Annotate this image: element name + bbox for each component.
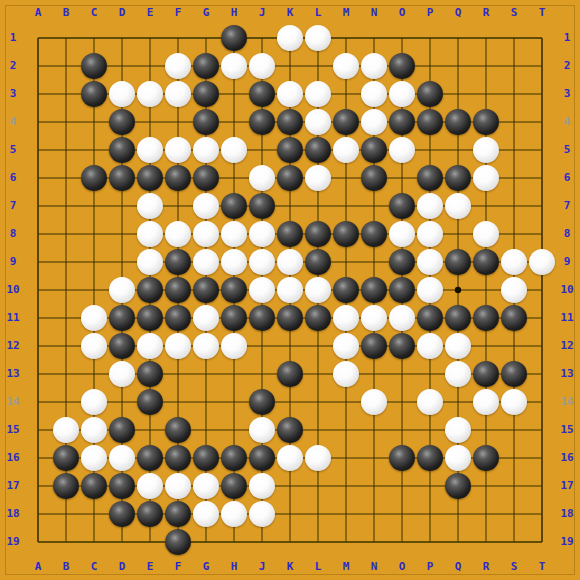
stone-black-S11 xyxy=(501,305,527,331)
stone-white-E8 xyxy=(137,221,163,247)
stone-black-R11 xyxy=(473,305,499,331)
stone-black-L5 xyxy=(305,137,331,163)
stone-white-K1 xyxy=(277,25,303,51)
col-label-E: E xyxy=(140,6,160,20)
stone-white-P8 xyxy=(417,221,443,247)
row-label-18: 18 xyxy=(3,507,23,521)
stone-black-M8 xyxy=(333,221,359,247)
col-label-A: A xyxy=(28,560,48,574)
stone-black-C3 xyxy=(81,81,107,107)
stone-white-C12 xyxy=(81,333,107,359)
stone-black-G10 xyxy=(193,277,219,303)
row-label-4: 4 xyxy=(3,115,23,129)
stone-white-M5 xyxy=(333,137,359,163)
row-label-19: 19 xyxy=(557,535,577,549)
row-label-1: 1 xyxy=(557,31,577,45)
stone-black-G2 xyxy=(193,53,219,79)
row-label-6: 6 xyxy=(557,171,577,185)
stone-white-S9 xyxy=(501,249,527,275)
stone-white-G12 xyxy=(193,333,219,359)
row-label-17: 17 xyxy=(557,479,577,493)
stone-black-J4 xyxy=(249,109,275,135)
stone-white-N4 xyxy=(361,109,387,135)
stone-black-N8 xyxy=(361,221,387,247)
stone-white-G18 xyxy=(193,501,219,527)
stone-white-O5 xyxy=(389,137,415,163)
stone-black-F15 xyxy=(165,417,191,443)
stone-black-P11 xyxy=(417,305,443,331)
row-label-3: 3 xyxy=(3,87,23,101)
col-label-K: K xyxy=(280,560,300,574)
stone-white-C16 xyxy=(81,445,107,471)
stone-black-Q9 xyxy=(445,249,471,275)
stone-black-K13 xyxy=(277,361,303,387)
stone-black-H16 xyxy=(221,445,247,471)
col-label-Q: Q xyxy=(448,6,468,20)
row-label-8: 8 xyxy=(3,227,23,241)
stone-white-L10 xyxy=(305,277,331,303)
row-label-1: 1 xyxy=(3,31,23,45)
stone-white-D16 xyxy=(109,445,135,471)
col-label-B: B xyxy=(56,560,76,574)
row-label-10: 10 xyxy=(557,283,577,297)
stone-black-Q4 xyxy=(445,109,471,135)
stone-white-O8 xyxy=(389,221,415,247)
stone-white-K9 xyxy=(277,249,303,275)
stone-black-G16 xyxy=(193,445,219,471)
col-label-H: H xyxy=(224,6,244,20)
col-label-T: T xyxy=(532,560,552,574)
stone-white-R6 xyxy=(473,165,499,191)
stone-black-L11 xyxy=(305,305,331,331)
stone-black-P6 xyxy=(417,165,443,191)
stone-white-O3 xyxy=(389,81,415,107)
stone-white-J18 xyxy=(249,501,275,527)
stone-white-B15 xyxy=(53,417,79,443)
stone-black-R13 xyxy=(473,361,499,387)
stone-black-N6 xyxy=(361,165,387,191)
stone-white-G11 xyxy=(193,305,219,331)
row-label-2: 2 xyxy=(557,59,577,73)
stone-black-P3 xyxy=(417,81,443,107)
col-label-L: L xyxy=(308,6,328,20)
row-label-11: 11 xyxy=(557,311,577,325)
stone-white-D3 xyxy=(109,81,135,107)
stone-white-M13 xyxy=(333,361,359,387)
stone-white-L6 xyxy=(305,165,331,191)
stone-white-P14 xyxy=(417,389,443,415)
stone-white-H2 xyxy=(221,53,247,79)
col-label-L: L xyxy=(308,560,328,574)
stone-white-J6 xyxy=(249,165,275,191)
stone-black-N10 xyxy=(361,277,387,303)
stone-black-D15 xyxy=(109,417,135,443)
stone-black-O9 xyxy=(389,249,415,275)
stone-black-F16 xyxy=(165,445,191,471)
stone-black-D5 xyxy=(109,137,135,163)
stone-black-J14 xyxy=(249,389,275,415)
stone-black-E18 xyxy=(137,501,163,527)
stone-black-K5 xyxy=(277,137,303,163)
stone-white-K10 xyxy=(277,277,303,303)
row-label-10: 10 xyxy=(3,283,23,297)
stone-white-N3 xyxy=(361,81,387,107)
stone-black-L9 xyxy=(305,249,331,275)
stone-white-R8 xyxy=(473,221,499,247)
row-label-12: 12 xyxy=(3,339,23,353)
row-label-5: 5 xyxy=(3,143,23,157)
stone-black-D6 xyxy=(109,165,135,191)
col-label-R: R xyxy=(476,560,496,574)
stone-black-L8 xyxy=(305,221,331,247)
stone-white-E5 xyxy=(137,137,163,163)
col-label-Q: Q xyxy=(448,560,468,574)
col-label-J: J xyxy=(252,560,272,574)
col-label-G: G xyxy=(196,6,216,20)
stone-white-F2 xyxy=(165,53,191,79)
stone-black-K6 xyxy=(277,165,303,191)
stone-black-E11 xyxy=(137,305,163,331)
stone-white-P10 xyxy=(417,277,443,303)
stone-white-R14 xyxy=(473,389,499,415)
stone-white-N11 xyxy=(361,305,387,331)
stone-black-K8 xyxy=(277,221,303,247)
stone-black-B16 xyxy=(53,445,79,471)
stone-black-J3 xyxy=(249,81,275,107)
row-label-16: 16 xyxy=(3,451,23,465)
stone-white-G8 xyxy=(193,221,219,247)
stone-white-F5 xyxy=(165,137,191,163)
row-label-14: 14 xyxy=(557,395,577,409)
go-board-app: ABCDEFGHJKLMNOPQRST ABCDEFGHJKLMNOPQRST … xyxy=(0,0,580,580)
stone-black-E6 xyxy=(137,165,163,191)
stone-white-D13 xyxy=(109,361,135,387)
stone-black-F10 xyxy=(165,277,191,303)
stone-black-D18 xyxy=(109,501,135,527)
stone-black-K4 xyxy=(277,109,303,135)
stone-white-O11 xyxy=(389,305,415,331)
stone-white-H8 xyxy=(221,221,247,247)
row-label-16: 16 xyxy=(557,451,577,465)
stone-black-D4 xyxy=(109,109,135,135)
row-label-6: 6 xyxy=(3,171,23,185)
row-label-13: 13 xyxy=(3,367,23,381)
stone-white-K16 xyxy=(277,445,303,471)
stone-white-C15 xyxy=(81,417,107,443)
stone-black-M4 xyxy=(333,109,359,135)
stone-black-P16 xyxy=(417,445,443,471)
row-label-4: 4 xyxy=(557,115,577,129)
stone-white-P9 xyxy=(417,249,443,275)
stone-white-Q12 xyxy=(445,333,471,359)
stone-black-D17 xyxy=(109,473,135,499)
col-label-M: M xyxy=(336,6,356,20)
col-label-C: C xyxy=(84,560,104,574)
col-label-K: K xyxy=(280,6,300,20)
col-label-T: T xyxy=(532,6,552,20)
stone-black-S13 xyxy=(501,361,527,387)
stone-white-P7 xyxy=(417,193,443,219)
stone-black-R9 xyxy=(473,249,499,275)
stone-white-E12 xyxy=(137,333,163,359)
stone-white-Q15 xyxy=(445,417,471,443)
stone-white-J15 xyxy=(249,417,275,443)
col-label-E: E xyxy=(140,560,160,574)
stone-white-H9 xyxy=(221,249,247,275)
row-label-18: 18 xyxy=(557,507,577,521)
stone-black-E13 xyxy=(137,361,163,387)
stone-white-L3 xyxy=(305,81,331,107)
row-label-3: 3 xyxy=(557,87,577,101)
stone-black-B17 xyxy=(53,473,79,499)
stone-white-G7 xyxy=(193,193,219,219)
board-grid[interactable] xyxy=(24,24,556,556)
stone-white-M2 xyxy=(333,53,359,79)
stone-white-R5 xyxy=(473,137,499,163)
stone-white-S14 xyxy=(501,389,527,415)
stone-black-F6 xyxy=(165,165,191,191)
stone-white-E7 xyxy=(137,193,163,219)
col-label-S: S xyxy=(504,560,524,574)
stone-white-P12 xyxy=(417,333,443,359)
stone-black-O12 xyxy=(389,333,415,359)
row-label-14: 14 xyxy=(3,395,23,409)
stone-white-J17 xyxy=(249,473,275,499)
stone-white-G9 xyxy=(193,249,219,275)
stone-black-G3 xyxy=(193,81,219,107)
stone-black-F11 xyxy=(165,305,191,331)
stone-white-T9 xyxy=(529,249,555,275)
stone-black-O2 xyxy=(389,53,415,79)
stone-black-J7 xyxy=(249,193,275,219)
row-label-12: 12 xyxy=(557,339,577,353)
col-label-M: M xyxy=(336,560,356,574)
stone-black-C6 xyxy=(81,165,107,191)
stone-white-Q7 xyxy=(445,193,471,219)
stone-black-O7 xyxy=(389,193,415,219)
stone-white-J10 xyxy=(249,277,275,303)
row-label-15: 15 xyxy=(3,423,23,437)
stone-black-N5 xyxy=(361,137,387,163)
stone-white-D10 xyxy=(109,277,135,303)
col-label-F: F xyxy=(168,560,188,574)
stone-black-O4 xyxy=(389,109,415,135)
stone-white-J9 xyxy=(249,249,275,275)
stone-black-J16 xyxy=(249,445,275,471)
stone-black-C17 xyxy=(81,473,107,499)
row-label-15: 15 xyxy=(557,423,577,437)
col-label-O: O xyxy=(392,560,412,574)
stone-white-S10 xyxy=(501,277,527,303)
stone-white-Q13 xyxy=(445,361,471,387)
row-label-9: 9 xyxy=(3,255,23,269)
row-label-7: 7 xyxy=(557,199,577,213)
stone-white-H12 xyxy=(221,333,247,359)
stone-black-F19 xyxy=(165,529,191,555)
stone-white-E3 xyxy=(137,81,163,107)
stone-white-N14 xyxy=(361,389,387,415)
col-label-D: D xyxy=(112,560,132,574)
row-label-2: 2 xyxy=(3,59,23,73)
col-label-S: S xyxy=(504,6,524,20)
stone-black-G4 xyxy=(193,109,219,135)
col-label-R: R xyxy=(476,6,496,20)
stone-black-H10 xyxy=(221,277,247,303)
col-label-D: D xyxy=(112,6,132,20)
stone-black-E14 xyxy=(137,389,163,415)
stone-white-H5 xyxy=(221,137,247,163)
stone-black-Q17 xyxy=(445,473,471,499)
stone-black-F18 xyxy=(165,501,191,527)
stone-white-J8 xyxy=(249,221,275,247)
stone-black-N12 xyxy=(361,333,387,359)
col-label-P: P xyxy=(420,560,440,574)
stone-white-K3 xyxy=(277,81,303,107)
stone-black-K15 xyxy=(277,417,303,443)
stone-white-M11 xyxy=(333,305,359,331)
stone-black-R4 xyxy=(473,109,499,135)
stone-white-C14 xyxy=(81,389,107,415)
stone-white-L4 xyxy=(305,109,331,135)
row-label-9: 9 xyxy=(557,255,577,269)
stone-black-J11 xyxy=(249,305,275,331)
col-label-B: B xyxy=(56,6,76,20)
stone-white-E9 xyxy=(137,249,163,275)
col-label-C: C xyxy=(84,6,104,20)
stone-black-D12 xyxy=(109,333,135,359)
col-label-J: J xyxy=(252,6,272,20)
col-label-O: O xyxy=(392,6,412,20)
stone-black-F9 xyxy=(165,249,191,275)
col-label-H: H xyxy=(224,560,244,574)
stone-black-H11 xyxy=(221,305,247,331)
stone-white-F3 xyxy=(165,81,191,107)
stone-white-L1 xyxy=(305,25,331,51)
stone-white-C11 xyxy=(81,305,107,331)
stone-black-D11 xyxy=(109,305,135,331)
stone-black-O10 xyxy=(389,277,415,303)
stone-white-E17 xyxy=(137,473,163,499)
stone-white-G17 xyxy=(193,473,219,499)
stone-black-O16 xyxy=(389,445,415,471)
col-label-N: N xyxy=(364,6,384,20)
stone-black-Q6 xyxy=(445,165,471,191)
stone-black-H7 xyxy=(221,193,247,219)
stone-black-H1 xyxy=(221,25,247,51)
col-label-F: F xyxy=(168,6,188,20)
stone-white-G5 xyxy=(193,137,219,163)
stone-black-Q11 xyxy=(445,305,471,331)
row-label-8: 8 xyxy=(557,227,577,241)
col-label-A: A xyxy=(28,6,48,20)
stone-white-L16 xyxy=(305,445,331,471)
stone-black-R16 xyxy=(473,445,499,471)
stone-black-G6 xyxy=(193,165,219,191)
stone-white-F8 xyxy=(165,221,191,247)
row-label-19: 19 xyxy=(3,535,23,549)
stone-white-N2 xyxy=(361,53,387,79)
stone-black-H17 xyxy=(221,473,247,499)
star-point-Q10 xyxy=(455,287,461,293)
row-label-17: 17 xyxy=(3,479,23,493)
stone-white-F12 xyxy=(165,333,191,359)
row-label-7: 7 xyxy=(3,199,23,213)
stone-black-P4 xyxy=(417,109,443,135)
stone-white-M12 xyxy=(333,333,359,359)
row-label-13: 13 xyxy=(557,367,577,381)
col-label-N: N xyxy=(364,560,384,574)
stone-white-J2 xyxy=(249,53,275,79)
col-label-P: P xyxy=(420,6,440,20)
stone-black-E10 xyxy=(137,277,163,303)
stone-white-Q16 xyxy=(445,445,471,471)
row-label-11: 11 xyxy=(3,311,23,325)
row-label-5: 5 xyxy=(557,143,577,157)
stone-black-C2 xyxy=(81,53,107,79)
stone-white-F17 xyxy=(165,473,191,499)
stone-black-M10 xyxy=(333,277,359,303)
stone-white-H18 xyxy=(221,501,247,527)
stone-black-K11 xyxy=(277,305,303,331)
col-label-G: G xyxy=(196,560,216,574)
stone-black-E16 xyxy=(137,445,163,471)
